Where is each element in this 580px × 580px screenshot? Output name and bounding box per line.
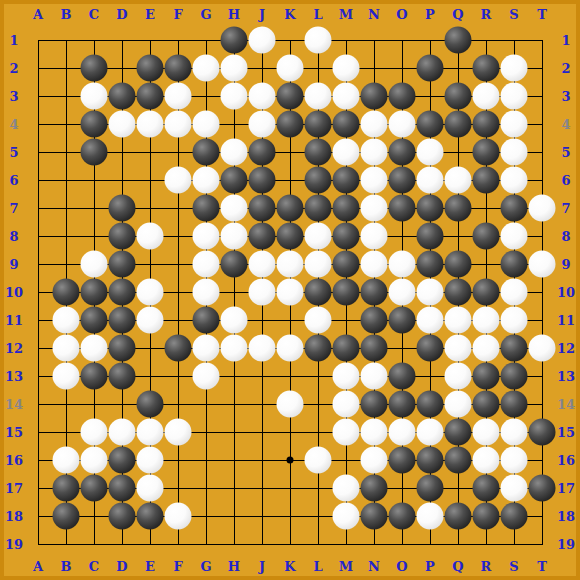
point-C1[interactable] bbox=[80, 26, 108, 54]
point-R6[interactable] bbox=[472, 166, 500, 194]
point-E17[interactable] bbox=[136, 474, 164, 502]
point-S12[interactable] bbox=[500, 334, 528, 362]
point-M12[interactable] bbox=[332, 334, 360, 362]
point-M17[interactable] bbox=[332, 474, 360, 502]
point-Q12[interactable] bbox=[444, 334, 472, 362]
point-A7[interactable] bbox=[24, 194, 52, 222]
point-R17[interactable] bbox=[472, 474, 500, 502]
point-T12[interactable] bbox=[528, 334, 556, 362]
point-P3[interactable] bbox=[416, 82, 444, 110]
point-L9[interactable] bbox=[304, 250, 332, 278]
point-O12[interactable] bbox=[388, 334, 416, 362]
point-D18[interactable] bbox=[108, 502, 136, 530]
point-N13[interactable] bbox=[360, 362, 388, 390]
point-B10[interactable] bbox=[52, 278, 80, 306]
point-C17[interactable] bbox=[80, 474, 108, 502]
point-M5[interactable] bbox=[332, 138, 360, 166]
point-K13[interactable] bbox=[276, 362, 304, 390]
point-L14[interactable] bbox=[304, 390, 332, 418]
point-Q5[interactable] bbox=[444, 138, 472, 166]
point-Q3[interactable] bbox=[444, 82, 472, 110]
point-Q13[interactable] bbox=[444, 362, 472, 390]
point-J15[interactable] bbox=[248, 418, 276, 446]
point-T9[interactable] bbox=[528, 250, 556, 278]
point-A12[interactable] bbox=[24, 334, 52, 362]
point-O10[interactable] bbox=[388, 278, 416, 306]
point-F14[interactable] bbox=[164, 390, 192, 418]
point-R9[interactable] bbox=[472, 250, 500, 278]
point-P4[interactable] bbox=[416, 110, 444, 138]
point-H2[interactable] bbox=[220, 54, 248, 82]
point-B9[interactable] bbox=[52, 250, 80, 278]
point-R18[interactable] bbox=[472, 502, 500, 530]
point-S3[interactable] bbox=[500, 82, 528, 110]
point-K5[interactable] bbox=[276, 138, 304, 166]
point-H4[interactable] bbox=[220, 110, 248, 138]
point-J17[interactable] bbox=[248, 474, 276, 502]
point-D6[interactable] bbox=[108, 166, 136, 194]
point-M9[interactable] bbox=[332, 250, 360, 278]
point-M14[interactable] bbox=[332, 390, 360, 418]
point-F8[interactable] bbox=[164, 222, 192, 250]
point-R2[interactable] bbox=[472, 54, 500, 82]
point-C11[interactable] bbox=[80, 306, 108, 334]
point-S10[interactable] bbox=[500, 278, 528, 306]
point-G5[interactable] bbox=[192, 138, 220, 166]
point-J8[interactable] bbox=[248, 222, 276, 250]
point-T6[interactable] bbox=[528, 166, 556, 194]
point-L15[interactable] bbox=[304, 418, 332, 446]
point-P18[interactable] bbox=[416, 502, 444, 530]
point-O14[interactable] bbox=[388, 390, 416, 418]
point-D8[interactable] bbox=[108, 222, 136, 250]
point-F12[interactable] bbox=[164, 334, 192, 362]
point-N16[interactable] bbox=[360, 446, 388, 474]
point-N15[interactable] bbox=[360, 418, 388, 446]
point-H16[interactable] bbox=[220, 446, 248, 474]
point-P15[interactable] bbox=[416, 418, 444, 446]
point-E13[interactable] bbox=[136, 362, 164, 390]
point-J14[interactable] bbox=[248, 390, 276, 418]
point-P2[interactable] bbox=[416, 54, 444, 82]
point-G2[interactable] bbox=[192, 54, 220, 82]
point-P1[interactable] bbox=[416, 26, 444, 54]
point-K7[interactable] bbox=[276, 194, 304, 222]
point-L6[interactable] bbox=[304, 166, 332, 194]
point-B11[interactable] bbox=[52, 306, 80, 334]
point-E12[interactable] bbox=[136, 334, 164, 362]
point-D15[interactable] bbox=[108, 418, 136, 446]
point-D16[interactable] bbox=[108, 446, 136, 474]
point-N11[interactable] bbox=[360, 306, 388, 334]
point-L11[interactable] bbox=[304, 306, 332, 334]
point-J6[interactable] bbox=[248, 166, 276, 194]
point-D12[interactable] bbox=[108, 334, 136, 362]
point-Q8[interactable] bbox=[444, 222, 472, 250]
point-F10[interactable] bbox=[164, 278, 192, 306]
point-B13[interactable] bbox=[52, 362, 80, 390]
point-S13[interactable] bbox=[500, 362, 528, 390]
point-K9[interactable] bbox=[276, 250, 304, 278]
point-S15[interactable] bbox=[500, 418, 528, 446]
point-F2[interactable] bbox=[164, 54, 192, 82]
point-R19[interactable] bbox=[472, 530, 500, 558]
point-A8[interactable] bbox=[24, 222, 52, 250]
point-M1[interactable] bbox=[332, 26, 360, 54]
point-P14[interactable] bbox=[416, 390, 444, 418]
point-J12[interactable] bbox=[248, 334, 276, 362]
point-F15[interactable] bbox=[164, 418, 192, 446]
point-O5[interactable] bbox=[388, 138, 416, 166]
point-E8[interactable] bbox=[136, 222, 164, 250]
point-K3[interactable] bbox=[276, 82, 304, 110]
point-P19[interactable] bbox=[416, 530, 444, 558]
point-E5[interactable] bbox=[136, 138, 164, 166]
point-L13[interactable] bbox=[304, 362, 332, 390]
point-J2[interactable] bbox=[248, 54, 276, 82]
point-N14[interactable] bbox=[360, 390, 388, 418]
point-R1[interactable] bbox=[472, 26, 500, 54]
point-N10[interactable] bbox=[360, 278, 388, 306]
point-Q9[interactable] bbox=[444, 250, 472, 278]
point-G4[interactable] bbox=[192, 110, 220, 138]
point-E2[interactable] bbox=[136, 54, 164, 82]
point-S4[interactable] bbox=[500, 110, 528, 138]
point-E11[interactable] bbox=[136, 306, 164, 334]
point-L7[interactable] bbox=[304, 194, 332, 222]
point-D19[interactable] bbox=[108, 530, 136, 558]
point-M15[interactable] bbox=[332, 418, 360, 446]
point-A19[interactable] bbox=[24, 530, 52, 558]
point-E6[interactable] bbox=[136, 166, 164, 194]
point-F19[interactable] bbox=[164, 530, 192, 558]
point-H11[interactable] bbox=[220, 306, 248, 334]
point-H7[interactable] bbox=[220, 194, 248, 222]
point-O13[interactable] bbox=[388, 362, 416, 390]
point-H12[interactable] bbox=[220, 334, 248, 362]
point-M13[interactable] bbox=[332, 362, 360, 390]
point-C9[interactable] bbox=[80, 250, 108, 278]
point-N7[interactable] bbox=[360, 194, 388, 222]
point-N3[interactable] bbox=[360, 82, 388, 110]
point-R13[interactable] bbox=[472, 362, 500, 390]
point-O8[interactable] bbox=[388, 222, 416, 250]
point-F9[interactable] bbox=[164, 250, 192, 278]
point-R12[interactable] bbox=[472, 334, 500, 362]
point-H14[interactable] bbox=[220, 390, 248, 418]
point-R4[interactable] bbox=[472, 110, 500, 138]
point-A9[interactable] bbox=[24, 250, 52, 278]
point-C12[interactable] bbox=[80, 334, 108, 362]
point-O6[interactable] bbox=[388, 166, 416, 194]
point-H5[interactable] bbox=[220, 138, 248, 166]
point-Q6[interactable] bbox=[444, 166, 472, 194]
point-D2[interactable] bbox=[108, 54, 136, 82]
point-E10[interactable] bbox=[136, 278, 164, 306]
point-H15[interactable] bbox=[220, 418, 248, 446]
point-L5[interactable] bbox=[304, 138, 332, 166]
point-D3[interactable] bbox=[108, 82, 136, 110]
point-G1[interactable] bbox=[192, 26, 220, 54]
point-T5[interactable] bbox=[528, 138, 556, 166]
point-H1[interactable] bbox=[220, 26, 248, 54]
point-E16[interactable] bbox=[136, 446, 164, 474]
point-J5[interactable] bbox=[248, 138, 276, 166]
point-G12[interactable] bbox=[192, 334, 220, 362]
point-P13[interactable] bbox=[416, 362, 444, 390]
point-L8[interactable] bbox=[304, 222, 332, 250]
point-S16[interactable] bbox=[500, 446, 528, 474]
point-B16[interactable] bbox=[52, 446, 80, 474]
point-G10[interactable] bbox=[192, 278, 220, 306]
point-Q10[interactable] bbox=[444, 278, 472, 306]
point-G15[interactable] bbox=[192, 418, 220, 446]
point-L18[interactable] bbox=[304, 502, 332, 530]
point-A1[interactable] bbox=[24, 26, 52, 54]
point-A18[interactable] bbox=[24, 502, 52, 530]
point-M4[interactable] bbox=[332, 110, 360, 138]
point-F3[interactable] bbox=[164, 82, 192, 110]
point-A3[interactable] bbox=[24, 82, 52, 110]
point-P12[interactable] bbox=[416, 334, 444, 362]
point-K1[interactable] bbox=[276, 26, 304, 54]
point-H10[interactable] bbox=[220, 278, 248, 306]
point-T14[interactable] bbox=[528, 390, 556, 418]
point-P6[interactable] bbox=[416, 166, 444, 194]
point-O4[interactable] bbox=[388, 110, 416, 138]
point-S6[interactable] bbox=[500, 166, 528, 194]
point-P9[interactable] bbox=[416, 250, 444, 278]
point-T18[interactable] bbox=[528, 502, 556, 530]
point-R10[interactable] bbox=[472, 278, 500, 306]
point-A2[interactable] bbox=[24, 54, 52, 82]
point-H8[interactable] bbox=[220, 222, 248, 250]
point-P8[interactable] bbox=[416, 222, 444, 250]
point-E15[interactable] bbox=[136, 418, 164, 446]
point-M18[interactable] bbox=[332, 502, 360, 530]
point-C16[interactable] bbox=[80, 446, 108, 474]
point-O7[interactable] bbox=[388, 194, 416, 222]
point-N9[interactable] bbox=[360, 250, 388, 278]
point-Q19[interactable] bbox=[444, 530, 472, 558]
point-M10[interactable] bbox=[332, 278, 360, 306]
point-C7[interactable] bbox=[80, 194, 108, 222]
point-N8[interactable] bbox=[360, 222, 388, 250]
point-F17[interactable] bbox=[164, 474, 192, 502]
point-K11[interactable] bbox=[276, 306, 304, 334]
point-N18[interactable] bbox=[360, 502, 388, 530]
point-K18[interactable] bbox=[276, 502, 304, 530]
point-J19[interactable] bbox=[248, 530, 276, 558]
point-L2[interactable] bbox=[304, 54, 332, 82]
point-P7[interactable] bbox=[416, 194, 444, 222]
point-B6[interactable] bbox=[52, 166, 80, 194]
point-D9[interactable] bbox=[108, 250, 136, 278]
point-S17[interactable] bbox=[500, 474, 528, 502]
point-N1[interactable] bbox=[360, 26, 388, 54]
point-K6[interactable] bbox=[276, 166, 304, 194]
point-G16[interactable] bbox=[192, 446, 220, 474]
point-R14[interactable] bbox=[472, 390, 500, 418]
point-G6[interactable] bbox=[192, 166, 220, 194]
point-B1[interactable] bbox=[52, 26, 80, 54]
point-O3[interactable] bbox=[388, 82, 416, 110]
point-G18[interactable] bbox=[192, 502, 220, 530]
point-D1[interactable] bbox=[108, 26, 136, 54]
point-M3[interactable] bbox=[332, 82, 360, 110]
point-B12[interactable] bbox=[52, 334, 80, 362]
point-R7[interactable] bbox=[472, 194, 500, 222]
point-R3[interactable] bbox=[472, 82, 500, 110]
point-K15[interactable] bbox=[276, 418, 304, 446]
point-K10[interactable] bbox=[276, 278, 304, 306]
point-B7[interactable] bbox=[52, 194, 80, 222]
point-O17[interactable] bbox=[388, 474, 416, 502]
point-C8[interactable] bbox=[80, 222, 108, 250]
point-M11[interactable] bbox=[332, 306, 360, 334]
point-S2[interactable] bbox=[500, 54, 528, 82]
point-J16[interactable] bbox=[248, 446, 276, 474]
point-S1[interactable] bbox=[500, 26, 528, 54]
point-F11[interactable] bbox=[164, 306, 192, 334]
point-T4[interactable] bbox=[528, 110, 556, 138]
point-K19[interactable] bbox=[276, 530, 304, 558]
point-T16[interactable] bbox=[528, 446, 556, 474]
point-Q18[interactable] bbox=[444, 502, 472, 530]
point-O19[interactable] bbox=[388, 530, 416, 558]
point-P5[interactable] bbox=[416, 138, 444, 166]
point-F16[interactable] bbox=[164, 446, 192, 474]
point-R15[interactable] bbox=[472, 418, 500, 446]
point-P16[interactable] bbox=[416, 446, 444, 474]
point-R8[interactable] bbox=[472, 222, 500, 250]
point-G14[interactable] bbox=[192, 390, 220, 418]
point-H18[interactable] bbox=[220, 502, 248, 530]
point-L1[interactable] bbox=[304, 26, 332, 54]
point-F18[interactable] bbox=[164, 502, 192, 530]
point-L17[interactable] bbox=[304, 474, 332, 502]
point-H17[interactable] bbox=[220, 474, 248, 502]
point-H13[interactable] bbox=[220, 362, 248, 390]
point-E9[interactable] bbox=[136, 250, 164, 278]
point-A13[interactable] bbox=[24, 362, 52, 390]
point-M2[interactable] bbox=[332, 54, 360, 82]
point-L16[interactable] bbox=[304, 446, 332, 474]
point-K12[interactable] bbox=[276, 334, 304, 362]
point-S18[interactable] bbox=[500, 502, 528, 530]
point-K14[interactable] bbox=[276, 390, 304, 418]
point-T15[interactable] bbox=[528, 418, 556, 446]
point-M16[interactable] bbox=[332, 446, 360, 474]
point-J9[interactable] bbox=[248, 250, 276, 278]
point-B17[interactable] bbox=[52, 474, 80, 502]
point-N4[interactable] bbox=[360, 110, 388, 138]
point-C6[interactable] bbox=[80, 166, 108, 194]
point-A15[interactable] bbox=[24, 418, 52, 446]
point-F5[interactable] bbox=[164, 138, 192, 166]
point-Q4[interactable] bbox=[444, 110, 472, 138]
point-C19[interactable] bbox=[80, 530, 108, 558]
point-A17[interactable] bbox=[24, 474, 52, 502]
point-G7[interactable] bbox=[192, 194, 220, 222]
point-G13[interactable] bbox=[192, 362, 220, 390]
point-B8[interactable] bbox=[52, 222, 80, 250]
point-T8[interactable] bbox=[528, 222, 556, 250]
point-N17[interactable] bbox=[360, 474, 388, 502]
point-F4[interactable] bbox=[164, 110, 192, 138]
point-Q2[interactable] bbox=[444, 54, 472, 82]
point-K2[interactable] bbox=[276, 54, 304, 82]
point-N6[interactable] bbox=[360, 166, 388, 194]
point-D11[interactable] bbox=[108, 306, 136, 334]
point-T3[interactable] bbox=[528, 82, 556, 110]
point-D17[interactable] bbox=[108, 474, 136, 502]
point-Q17[interactable] bbox=[444, 474, 472, 502]
point-P11[interactable] bbox=[416, 306, 444, 334]
point-D14[interactable] bbox=[108, 390, 136, 418]
point-B2[interactable] bbox=[52, 54, 80, 82]
point-G11[interactable] bbox=[192, 306, 220, 334]
point-A4[interactable] bbox=[24, 110, 52, 138]
point-S9[interactable] bbox=[500, 250, 528, 278]
point-N12[interactable] bbox=[360, 334, 388, 362]
point-H3[interactable] bbox=[220, 82, 248, 110]
point-S5[interactable] bbox=[500, 138, 528, 166]
point-G9[interactable] bbox=[192, 250, 220, 278]
point-H9[interactable] bbox=[220, 250, 248, 278]
point-C13[interactable] bbox=[80, 362, 108, 390]
point-E19[interactable] bbox=[136, 530, 164, 558]
point-J13[interactable] bbox=[248, 362, 276, 390]
point-E3[interactable] bbox=[136, 82, 164, 110]
point-C14[interactable] bbox=[80, 390, 108, 418]
point-S14[interactable] bbox=[500, 390, 528, 418]
point-B5[interactable] bbox=[52, 138, 80, 166]
point-P10[interactable] bbox=[416, 278, 444, 306]
point-F7[interactable] bbox=[164, 194, 192, 222]
point-E7[interactable] bbox=[136, 194, 164, 222]
point-S11[interactable] bbox=[500, 306, 528, 334]
point-K17[interactable] bbox=[276, 474, 304, 502]
point-R5[interactable] bbox=[472, 138, 500, 166]
point-O15[interactable] bbox=[388, 418, 416, 446]
point-K8[interactable] bbox=[276, 222, 304, 250]
point-J3[interactable] bbox=[248, 82, 276, 110]
point-L3[interactable] bbox=[304, 82, 332, 110]
point-H6[interactable] bbox=[220, 166, 248, 194]
point-M6[interactable] bbox=[332, 166, 360, 194]
point-E1[interactable] bbox=[136, 26, 164, 54]
point-Q11[interactable] bbox=[444, 306, 472, 334]
point-E4[interactable] bbox=[136, 110, 164, 138]
point-C5[interactable] bbox=[80, 138, 108, 166]
point-C18[interactable] bbox=[80, 502, 108, 530]
point-A16[interactable] bbox=[24, 446, 52, 474]
point-Q16[interactable] bbox=[444, 446, 472, 474]
point-B14[interactable] bbox=[52, 390, 80, 418]
point-M8[interactable] bbox=[332, 222, 360, 250]
point-E18[interactable] bbox=[136, 502, 164, 530]
point-S8[interactable] bbox=[500, 222, 528, 250]
point-C4[interactable] bbox=[80, 110, 108, 138]
point-O18[interactable] bbox=[388, 502, 416, 530]
point-B15[interactable] bbox=[52, 418, 80, 446]
point-T2[interactable] bbox=[528, 54, 556, 82]
point-D10[interactable] bbox=[108, 278, 136, 306]
point-J10[interactable] bbox=[248, 278, 276, 306]
point-Q7[interactable] bbox=[444, 194, 472, 222]
point-L12[interactable] bbox=[304, 334, 332, 362]
